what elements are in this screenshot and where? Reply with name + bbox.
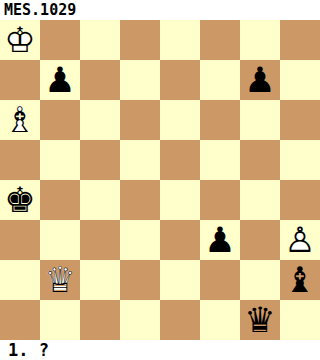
- piece-bK-a4: ♚: [0, 180, 40, 220]
- square-d1[interactable]: [120, 300, 160, 340]
- square-c4[interactable]: [80, 180, 120, 220]
- square-c1[interactable]: [80, 300, 120, 340]
- square-a1[interactable]: [0, 300, 40, 340]
- square-h6[interactable]: [280, 100, 320, 140]
- square-f2[interactable]: [200, 260, 240, 300]
- square-a3[interactable]: [0, 220, 40, 260]
- square-b5[interactable]: [40, 140, 80, 180]
- square-e4[interactable]: [160, 180, 200, 220]
- square-d5[interactable]: [120, 140, 160, 180]
- square-e1[interactable]: [160, 300, 200, 340]
- square-b2[interactable]: ♛♕: [40, 260, 80, 300]
- square-h5[interactable]: [280, 140, 320, 180]
- chess-board: ♚♔♟♟♝♗♚♟♟♙♛♕♝♛: [0, 20, 320, 340]
- square-h7[interactable]: [280, 60, 320, 100]
- square-d6[interactable]: [120, 100, 160, 140]
- piece-wP-h3: ♟♙: [280, 220, 320, 260]
- square-d7[interactable]: [120, 60, 160, 100]
- square-e2[interactable]: [160, 260, 200, 300]
- square-f7[interactable]: [200, 60, 240, 100]
- piece-bQ-g1: ♛: [240, 300, 280, 340]
- piece-bB-h2: ♝: [280, 260, 320, 300]
- square-f1[interactable]: [200, 300, 240, 340]
- square-g3[interactable]: [240, 220, 280, 260]
- piece-wB-a6: ♝♗: [0, 100, 40, 140]
- square-e8[interactable]: [160, 20, 200, 60]
- square-a6[interactable]: ♝♗: [0, 100, 40, 140]
- square-f5[interactable]: [200, 140, 240, 180]
- square-g2[interactable]: [240, 260, 280, 300]
- square-a2[interactable]: [0, 260, 40, 300]
- square-e7[interactable]: [160, 60, 200, 100]
- puzzle-title: MES.1029: [0, 0, 320, 20]
- square-g1[interactable]: ♛: [240, 300, 280, 340]
- piece-bP-b7: ♟: [40, 60, 80, 100]
- square-d3[interactable]: [120, 220, 160, 260]
- square-b1[interactable]: [40, 300, 80, 340]
- white-bishop-icon: ♗: [0, 100, 40, 140]
- square-a5[interactable]: [0, 140, 40, 180]
- square-f4[interactable]: [200, 180, 240, 220]
- square-h2[interactable]: ♝: [280, 260, 320, 300]
- white-pawn-icon: ♙: [280, 220, 320, 260]
- white-queen-icon: ♕: [40, 260, 80, 300]
- square-d8[interactable]: [120, 20, 160, 60]
- square-a7[interactable]: [0, 60, 40, 100]
- piece-bP-g7: ♟: [240, 60, 280, 100]
- square-d2[interactable]: [120, 260, 160, 300]
- square-c3[interactable]: [80, 220, 120, 260]
- square-a4[interactable]: ♚: [0, 180, 40, 220]
- square-c6[interactable]: [80, 100, 120, 140]
- square-g6[interactable]: [240, 100, 280, 140]
- square-b8[interactable]: [40, 20, 80, 60]
- chess-puzzle-page: MES.1029 ♚♔♟♟♝♗♚♟♟♙♛♕♝♛ 1. ?: [0, 0, 320, 360]
- piece-wQ-b2: ♛♕: [40, 260, 80, 300]
- white-king-icon: ♔: [0, 20, 40, 60]
- move-prompt: 1. ?: [0, 340, 320, 360]
- piece-wK-a8: ♚♔: [0, 20, 40, 60]
- square-e6[interactable]: [160, 100, 200, 140]
- square-h8[interactable]: [280, 20, 320, 60]
- square-e5[interactable]: [160, 140, 200, 180]
- square-h3[interactable]: ♟♙: [280, 220, 320, 260]
- piece-bP-f3: ♟: [200, 220, 240, 260]
- square-f8[interactable]: [200, 20, 240, 60]
- square-c8[interactable]: [80, 20, 120, 60]
- square-e3[interactable]: [160, 220, 200, 260]
- square-g7[interactable]: ♟: [240, 60, 280, 100]
- square-f3[interactable]: ♟: [200, 220, 240, 260]
- square-b3[interactable]: [40, 220, 80, 260]
- square-d4[interactable]: [120, 180, 160, 220]
- square-c5[interactable]: [80, 140, 120, 180]
- square-g8[interactable]: [240, 20, 280, 60]
- square-g5[interactable]: [240, 140, 280, 180]
- square-h1[interactable]: [280, 300, 320, 340]
- square-a8[interactable]: ♚♔: [0, 20, 40, 60]
- square-h4[interactable]: [280, 180, 320, 220]
- square-f6[interactable]: [200, 100, 240, 140]
- square-c2[interactable]: [80, 260, 120, 300]
- square-c7[interactable]: [80, 60, 120, 100]
- square-b4[interactable]: [40, 180, 80, 220]
- square-g4[interactable]: [240, 180, 280, 220]
- square-b6[interactable]: [40, 100, 80, 140]
- square-b7[interactable]: ♟: [40, 60, 80, 100]
